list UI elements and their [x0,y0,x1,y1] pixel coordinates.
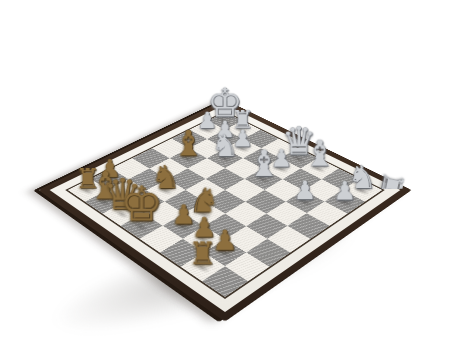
brass-rook-glyph: ♜ [176,240,230,269]
silver-bishop-glyph: ♝ [240,146,287,180]
brass-king-glyph: ♚ [116,183,167,228]
silver-pawn-glyph: ♟ [321,179,370,203]
brass-bishop-glyph: ♝ [165,127,210,160]
square-h1 [202,267,247,297]
product-photo: ♚♜♛♝♞♜♟♟♟♟♟♞♝♟♝♞♞♟♟♟♟♜♝♛♚♜ [0,0,450,338]
